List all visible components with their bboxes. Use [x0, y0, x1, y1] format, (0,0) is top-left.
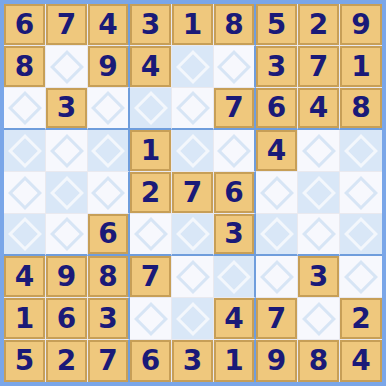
diamond-icon	[302, 134, 336, 168]
cell-r1c6: 8	[214, 4, 256, 46]
cell-r5c2[interactable]	[46, 172, 88, 214]
given-digit: 3	[141, 11, 160, 39]
given-digit: 1	[141, 137, 160, 165]
cell-r6c1[interactable]	[4, 214, 46, 256]
cell-r3c4[interactable]	[130, 88, 172, 130]
diamond-icon	[8, 176, 42, 210]
cell-r2c2[interactable]	[46, 46, 88, 88]
diamond-icon	[134, 91, 168, 125]
diamond-icon	[91, 134, 125, 168]
diamond-icon	[302, 176, 336, 210]
given-digit: 6	[267, 94, 286, 122]
cell-r1c2: 7	[46, 4, 88, 46]
given-digit: 6	[224, 179, 243, 207]
given-digit: 9	[57, 263, 76, 291]
cell-r2c8: 7	[298, 46, 340, 88]
diamond-icon	[91, 176, 125, 210]
cell-r2c5[interactable]	[172, 46, 214, 88]
given-digit: 2	[309, 11, 328, 39]
cell-r3c2: 3	[46, 88, 88, 130]
cell-r5c5: 7	[172, 172, 214, 214]
cell-r1c5: 1	[172, 4, 214, 46]
diamond-icon	[50, 134, 84, 168]
cell-r8c4[interactable]	[130, 298, 172, 340]
cell-r4c7: 4	[256, 130, 298, 172]
cell-r6c2[interactable]	[46, 214, 88, 256]
given-digit: 7	[224, 94, 243, 122]
given-digit: 4	[141, 53, 160, 81]
given-digit: 3	[224, 220, 243, 248]
diamond-icon	[134, 217, 168, 251]
cell-r5c3[interactable]	[88, 172, 130, 214]
diamond-icon	[344, 217, 378, 251]
given-digit: 4	[15, 263, 34, 291]
cell-r8c2: 6	[46, 298, 88, 340]
cell-r8c6: 4	[214, 298, 256, 340]
diamond-icon	[302, 217, 336, 251]
cell-r1c9: 9	[340, 4, 382, 46]
given-digit: 6	[98, 220, 117, 248]
sudoku-board: 6743185298943713764814276634987316347252…	[0, 0, 386, 386]
given-digit: 4	[224, 305, 243, 333]
given-digit: 8	[224, 11, 243, 39]
cell-r9c4: 6	[130, 340, 172, 382]
cell-r9c3: 7	[88, 340, 130, 382]
diamond-icon	[344, 176, 378, 210]
cell-r2c9: 1	[340, 46, 382, 88]
cell-r3c7: 6	[256, 88, 298, 130]
diamond-icon	[91, 91, 125, 125]
cell-r7c5[interactable]	[172, 256, 214, 298]
cell-r1c7: 5	[256, 4, 298, 46]
diamond-icon	[176, 50, 210, 84]
cell-r2c3: 9	[88, 46, 130, 88]
given-digit: 3	[98, 305, 117, 333]
given-digit: 2	[351, 305, 370, 333]
cell-r3c8: 4	[298, 88, 340, 130]
cell-r7c1: 4	[4, 256, 46, 298]
cell-r7c4: 7	[130, 256, 172, 298]
cell-r9c6: 1	[214, 340, 256, 382]
cell-r9c9: 4	[340, 340, 382, 382]
diamond-icon	[8, 134, 42, 168]
cell-r7c7[interactable]	[256, 256, 298, 298]
diamond-icon	[260, 217, 294, 251]
diamond-icon	[176, 302, 210, 336]
cell-r5c8[interactable]	[298, 172, 340, 214]
given-digit: 1	[15, 305, 34, 333]
cell-r1c3: 4	[88, 4, 130, 46]
cell-r2c6[interactable]	[214, 46, 256, 88]
cell-r9c2: 2	[46, 340, 88, 382]
cell-r1c4: 3	[130, 4, 172, 46]
cell-r8c9: 2	[340, 298, 382, 340]
cell-r7c2: 9	[46, 256, 88, 298]
given-digit: 6	[15, 11, 34, 39]
given-digit: 1	[183, 11, 202, 39]
diamond-icon	[217, 50, 251, 84]
cell-r7c9[interactable]	[340, 256, 382, 298]
cell-r5c1[interactable]	[4, 172, 46, 214]
cell-r8c7: 7	[256, 298, 298, 340]
given-digit: 7	[309, 53, 328, 81]
given-digit: 6	[57, 305, 76, 333]
given-digit: 4	[267, 137, 286, 165]
cell-r6c3: 6	[88, 214, 130, 256]
diamond-icon	[50, 217, 84, 251]
cell-r8c8[interactable]	[298, 298, 340, 340]
diamond-icon	[344, 260, 378, 294]
cell-r2c1: 8	[4, 46, 46, 88]
cell-r8c5[interactable]	[172, 298, 214, 340]
given-digit: 8	[98, 263, 117, 291]
diamond-icon	[50, 176, 84, 210]
diamond-icon	[50, 50, 84, 84]
diamond-icon	[8, 91, 42, 125]
given-digit: 7	[98, 347, 117, 375]
diamond-icon	[176, 134, 210, 168]
cell-r4c8[interactable]	[298, 130, 340, 172]
diamond-icon	[344, 134, 378, 168]
diamond-icon	[217, 260, 251, 294]
cell-r3c6: 7	[214, 88, 256, 130]
cell-r6c9[interactable]	[340, 214, 382, 256]
cell-r9c8: 8	[298, 340, 340, 382]
given-digit: 3	[183, 347, 202, 375]
cell-r3c1[interactable]	[4, 88, 46, 130]
cell-r8c3: 3	[88, 298, 130, 340]
given-digit: 8	[309, 347, 328, 375]
diamond-icon	[260, 260, 294, 294]
cell-r4c9[interactable]	[340, 130, 382, 172]
given-digit: 5	[267, 11, 286, 39]
cell-r2c7: 3	[256, 46, 298, 88]
cell-r3c5[interactable]	[172, 88, 214, 130]
diamond-icon	[176, 217, 210, 251]
given-digit: 2	[141, 179, 160, 207]
given-digit: 9	[98, 53, 117, 81]
cell-r4c5[interactable]	[172, 130, 214, 172]
given-digit: 5	[15, 347, 34, 375]
given-digit: 3	[267, 53, 286, 81]
diamond-icon	[260, 176, 294, 210]
cell-r6c4[interactable]	[130, 214, 172, 256]
given-digit: 1	[351, 53, 370, 81]
cell-r5c4: 2	[130, 172, 172, 214]
diamond-icon	[176, 91, 210, 125]
given-digit: 6	[141, 347, 160, 375]
cell-r5c6: 6	[214, 172, 256, 214]
given-digit: 7	[57, 11, 76, 39]
cell-r4c1[interactable]	[4, 130, 46, 172]
given-digit: 9	[267, 347, 286, 375]
cell-r1c1: 6	[4, 4, 46, 46]
given-digit: 1	[224, 347, 243, 375]
given-digit: 4	[98, 11, 117, 39]
given-digit: 7	[183, 179, 202, 207]
cell-r7c3: 8	[88, 256, 130, 298]
cell-r5c9[interactable]	[340, 172, 382, 214]
cell-r6c7[interactable]	[256, 214, 298, 256]
given-digit: 7	[267, 305, 286, 333]
cell-r6c6: 3	[214, 214, 256, 256]
diamond-icon	[176, 260, 210, 294]
cell-r3c9: 8	[340, 88, 382, 130]
diamond-icon	[8, 217, 42, 251]
given-digit: 9	[351, 11, 370, 39]
cell-r4c4: 1	[130, 130, 172, 172]
cell-r9c7: 9	[256, 340, 298, 382]
cell-r3c3[interactable]	[88, 88, 130, 130]
given-digit: 4	[351, 347, 370, 375]
cell-r7c8: 3	[298, 256, 340, 298]
diamond-icon	[302, 302, 336, 336]
diamond-icon	[217, 134, 251, 168]
cell-r9c1: 5	[4, 340, 46, 382]
cell-r4c3[interactable]	[88, 130, 130, 172]
given-digit: 8	[351, 94, 370, 122]
given-digit: 7	[141, 263, 160, 291]
cell-r9c5: 3	[172, 340, 214, 382]
cell-r4c2[interactable]	[46, 130, 88, 172]
cell-r2c4: 4	[130, 46, 172, 88]
cell-r8c1: 1	[4, 298, 46, 340]
given-digit: 8	[15, 53, 34, 81]
given-digit: 2	[57, 347, 76, 375]
cell-r7c6[interactable]	[214, 256, 256, 298]
cell-r1c8: 2	[298, 4, 340, 46]
cell-r4c6[interactable]	[214, 130, 256, 172]
given-digit: 3	[57, 94, 76, 122]
cell-r6c5[interactable]	[172, 214, 214, 256]
given-digit: 4	[309, 94, 328, 122]
given-digit: 3	[309, 263, 328, 291]
cell-r6c8[interactable]	[298, 214, 340, 256]
diamond-icon	[134, 302, 168, 336]
cell-r5c7[interactable]	[256, 172, 298, 214]
